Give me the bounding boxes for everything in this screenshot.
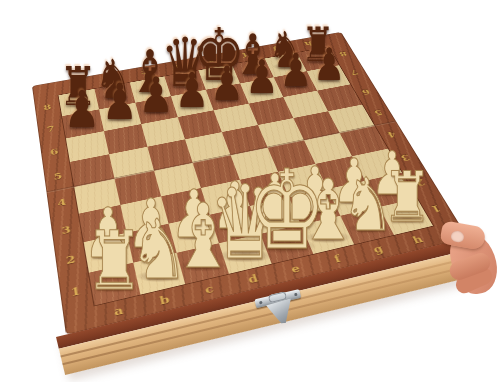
- rank-label-1: 1: [58, 272, 93, 312]
- product-photo-stage: 87654321 87654321 abcdefgh abcdefgh ♜♞♝♛…: [0, 0, 500, 382]
